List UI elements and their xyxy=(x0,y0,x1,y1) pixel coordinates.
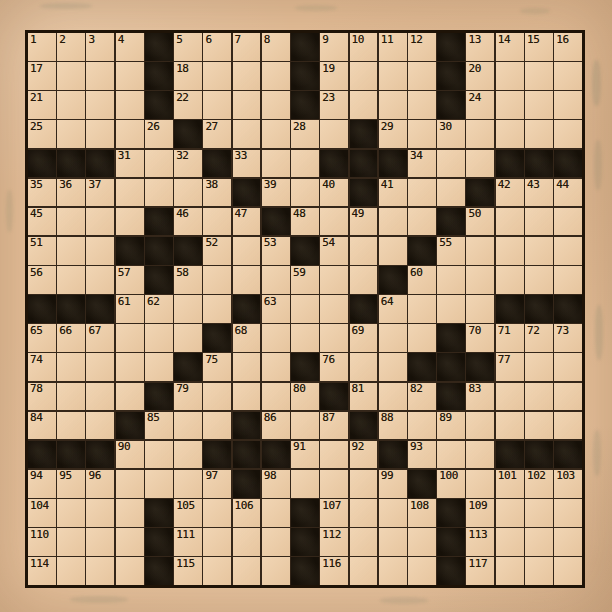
cell-9-12[interactable]: 64 xyxy=(379,295,407,323)
cell-8-11[interactable] xyxy=(350,266,378,294)
cell-3-4[interactable]: 26 xyxy=(145,120,173,148)
cell-12-17[interactable] xyxy=(525,383,553,411)
cell-1-10[interactable]: 19 xyxy=(320,62,348,90)
cell-9-13[interactable] xyxy=(408,295,436,323)
cell-4-13[interactable]: 34 xyxy=(408,150,436,178)
cell-3-14[interactable]: 30 xyxy=(437,120,465,148)
cell-1-0[interactable]: 17 xyxy=(28,62,56,90)
cell-0-12[interactable]: 11 xyxy=(379,33,407,61)
cell-2-13[interactable] xyxy=(408,91,436,119)
cell-8-6[interactable] xyxy=(203,266,231,294)
cell-8-2[interactable] xyxy=(86,266,114,294)
cell-18-15[interactable]: 117 xyxy=(466,557,494,585)
cell-4-7[interactable]: 33 xyxy=(233,150,261,178)
cell-9-9[interactable] xyxy=(291,295,319,323)
cell-6-9[interactable]: 48 xyxy=(291,208,319,236)
cell-11-4[interactable] xyxy=(145,353,173,381)
cell-18-1[interactable] xyxy=(57,557,85,585)
cell-7-12[interactable] xyxy=(379,237,407,265)
cell-2-17[interactable] xyxy=(525,91,553,119)
cell-15-2[interactable]: 96 xyxy=(86,470,114,498)
cell-2-8[interactable] xyxy=(262,91,290,119)
cell-18-2[interactable] xyxy=(86,557,114,585)
cell-15-18[interactable]: 103 xyxy=(554,470,582,498)
cell-7-16[interactable] xyxy=(496,237,524,265)
cell-8-10[interactable] xyxy=(320,266,348,294)
cell-11-18[interactable] xyxy=(554,353,582,381)
cell-8-0[interactable]: 56 xyxy=(28,266,56,294)
cell-1-18[interactable] xyxy=(554,62,582,90)
cell-4-5[interactable]: 32 xyxy=(174,150,202,178)
cell-8-13[interactable]: 60 xyxy=(408,266,436,294)
cell-15-8[interactable]: 98 xyxy=(262,470,290,498)
cell-3-15[interactable] xyxy=(466,120,494,148)
cell-13-6[interactable] xyxy=(203,412,231,440)
cell-1-16[interactable] xyxy=(496,62,524,90)
cell-11-0[interactable]: 74 xyxy=(28,353,56,381)
cell-7-7[interactable] xyxy=(233,237,261,265)
black-cell-16-9 xyxy=(291,499,319,527)
cell-11-11[interactable] xyxy=(350,353,378,381)
cell-10-9[interactable] xyxy=(291,324,319,352)
cell-13-17[interactable] xyxy=(525,412,553,440)
cell-10-15[interactable]: 70 xyxy=(466,324,494,352)
cell-5-9[interactable] xyxy=(291,179,319,207)
cell-3-8[interactable] xyxy=(262,120,290,148)
cell-1-5[interactable]: 18 xyxy=(174,62,202,90)
cell-11-3[interactable] xyxy=(116,353,144,381)
cell-17-13[interactable] xyxy=(408,528,436,556)
cell-16-12[interactable] xyxy=(379,499,407,527)
cell-11-1[interactable] xyxy=(57,353,85,381)
cell-5-13[interactable] xyxy=(408,179,436,207)
cell-4-4[interactable] xyxy=(145,150,173,178)
cell-8-15[interactable] xyxy=(466,266,494,294)
cell-12-0[interactable]: 78 xyxy=(28,383,56,411)
cell-7-1[interactable] xyxy=(57,237,85,265)
cell-0-5[interactable]: 5 xyxy=(174,33,202,61)
cell-5-0[interactable]: 35 xyxy=(28,179,56,207)
cell-17-2[interactable] xyxy=(86,528,114,556)
cell-15-12[interactable]: 99 xyxy=(379,470,407,498)
cell-16-17[interactable] xyxy=(525,499,553,527)
black-cell-13-3 xyxy=(116,412,144,440)
cell-7-15[interactable] xyxy=(466,237,494,265)
cell-18-18[interactable] xyxy=(554,557,582,585)
cell-6-10[interactable] xyxy=(320,208,348,236)
cell-6-6[interactable] xyxy=(203,208,231,236)
cell-0-18[interactable]: 16 xyxy=(554,33,582,61)
black-cell-4-1 xyxy=(57,150,85,178)
cell-4-14[interactable] xyxy=(437,150,465,178)
cell-17-17[interactable] xyxy=(525,528,553,556)
cell-1-2[interactable] xyxy=(86,62,114,90)
cell-3-1[interactable] xyxy=(57,120,85,148)
cell-13-10[interactable]: 87 xyxy=(320,412,348,440)
cell-3-3[interactable] xyxy=(116,120,144,148)
cell-11-2[interactable] xyxy=(86,353,114,381)
cell-16-5[interactable]: 105 xyxy=(174,499,202,527)
cell-10-13[interactable] xyxy=(408,324,436,352)
cell-7-14[interactable]: 55 xyxy=(437,237,465,265)
cell-18-11[interactable] xyxy=(350,557,378,585)
cell-11-12[interactable] xyxy=(379,353,407,381)
cell-12-15[interactable]: 83 xyxy=(466,383,494,411)
cell-10-5[interactable] xyxy=(174,324,202,352)
cell-0-16[interactable]: 14 xyxy=(496,33,524,61)
cell-10-7[interactable]: 68 xyxy=(233,324,261,352)
cell-1-11[interactable] xyxy=(350,62,378,90)
cell-17-6[interactable] xyxy=(203,528,231,556)
cell-4-9[interactable] xyxy=(291,150,319,178)
clue-number-19: 19 xyxy=(322,63,334,75)
cell-5-18[interactable]: 44 xyxy=(554,179,582,207)
cell-17-18[interactable] xyxy=(554,528,582,556)
cell-3-2[interactable] xyxy=(86,120,114,148)
cell-2-11[interactable] xyxy=(350,91,378,119)
cell-13-16[interactable] xyxy=(496,412,524,440)
cell-16-16[interactable] xyxy=(496,499,524,527)
cell-16-0[interactable]: 104 xyxy=(28,499,56,527)
cell-17-10[interactable]: 112 xyxy=(320,528,348,556)
cell-5-10[interactable]: 40 xyxy=(320,179,348,207)
clue-number-76: 76 xyxy=(322,354,334,366)
cell-11-6[interactable]: 75 xyxy=(203,353,231,381)
cell-1-3[interactable] xyxy=(116,62,144,90)
cell-12-6[interactable] xyxy=(203,383,231,411)
clue-number-2: 2 xyxy=(59,34,65,46)
cell-12-8[interactable] xyxy=(262,383,290,411)
cell-18-17[interactable] xyxy=(525,557,553,585)
cell-15-14[interactable]: 100 xyxy=(437,470,465,498)
cell-0-3[interactable]: 4 xyxy=(116,33,144,61)
cell-1-8[interactable] xyxy=(262,62,290,90)
cell-9-4[interactable]: 62 xyxy=(145,295,173,323)
cell-12-11[interactable]: 81 xyxy=(350,383,378,411)
cell-3-18[interactable] xyxy=(554,120,582,148)
cell-10-12[interactable] xyxy=(379,324,407,352)
cell-1-15[interactable]: 20 xyxy=(466,62,494,90)
cell-17-16[interactable] xyxy=(496,528,524,556)
cell-16-10[interactable]: 107 xyxy=(320,499,348,527)
cell-2-10[interactable]: 23 xyxy=(320,91,348,119)
cell-6-18[interactable] xyxy=(554,208,582,236)
cell-5-8[interactable]: 39 xyxy=(262,179,290,207)
cell-15-5[interactable] xyxy=(174,470,202,498)
cell-2-3[interactable] xyxy=(116,91,144,119)
cell-9-10[interactable] xyxy=(320,295,348,323)
cell-12-2[interactable] xyxy=(86,383,114,411)
cell-6-5[interactable]: 46 xyxy=(174,208,202,236)
cell-18-5[interactable]: 115 xyxy=(174,557,202,585)
cell-12-16[interactable] xyxy=(496,383,524,411)
cell-7-2[interactable] xyxy=(86,237,114,265)
cell-18-8[interactable] xyxy=(262,557,290,585)
cell-11-10[interactable]: 76 xyxy=(320,353,348,381)
cell-4-8[interactable] xyxy=(262,150,290,178)
cell-16-7[interactable]: 106 xyxy=(233,499,261,527)
cell-15-16[interactable]: 101 xyxy=(496,470,524,498)
cell-9-14[interactable] xyxy=(437,295,465,323)
cell-10-0[interactable]: 65 xyxy=(28,324,56,352)
cell-14-10[interactable] xyxy=(320,441,348,469)
cell-14-3[interactable]: 90 xyxy=(116,441,144,469)
cell-4-3[interactable]: 31 xyxy=(116,150,144,178)
cell-8-16[interactable] xyxy=(496,266,524,294)
cell-16-8[interactable] xyxy=(262,499,290,527)
cell-3-6[interactable]: 27 xyxy=(203,120,231,148)
black-cell-9-18 xyxy=(554,295,582,323)
cell-6-11[interactable]: 49 xyxy=(350,208,378,236)
cell-18-7[interactable] xyxy=(233,557,261,585)
cell-17-11[interactable] xyxy=(350,528,378,556)
cell-10-2[interactable]: 67 xyxy=(86,324,114,352)
cell-5-3[interactable] xyxy=(116,179,144,207)
cell-13-5[interactable] xyxy=(174,412,202,440)
cell-18-16[interactable] xyxy=(496,557,524,585)
cell-9-3[interactable]: 61 xyxy=(116,295,144,323)
cell-17-0[interactable]: 110 xyxy=(28,528,56,556)
cell-6-0[interactable]: 45 xyxy=(28,208,56,236)
cell-15-11[interactable] xyxy=(350,470,378,498)
cell-18-13[interactable] xyxy=(408,557,436,585)
cell-0-13[interactable]: 12 xyxy=(408,33,436,61)
clue-number-82: 82 xyxy=(410,383,422,395)
cell-13-1[interactable] xyxy=(57,412,85,440)
cell-2-1[interactable] xyxy=(57,91,85,119)
cell-10-4[interactable] xyxy=(145,324,173,352)
cell-18-3[interactable] xyxy=(116,557,144,585)
cell-9-6[interactable] xyxy=(203,295,231,323)
cell-15-0[interactable]: 94 xyxy=(28,470,56,498)
cell-15-10[interactable] xyxy=(320,470,348,498)
cell-6-1[interactable] xyxy=(57,208,85,236)
cell-8-18[interactable] xyxy=(554,266,582,294)
cell-15-3[interactable] xyxy=(116,470,144,498)
cell-8-17[interactable] xyxy=(525,266,553,294)
cell-5-16[interactable]: 42 xyxy=(496,179,524,207)
cell-0-11[interactable]: 10 xyxy=(350,33,378,61)
cell-2-12[interactable] xyxy=(379,91,407,119)
cell-2-15[interactable]: 24 xyxy=(466,91,494,119)
cell-6-16[interactable] xyxy=(496,208,524,236)
cell-1-13[interactable] xyxy=(408,62,436,90)
cell-15-17[interactable]: 102 xyxy=(525,470,553,498)
cell-18-0[interactable]: 114 xyxy=(28,557,56,585)
cell-18-12[interactable] xyxy=(379,557,407,585)
cell-1-1[interactable] xyxy=(57,62,85,90)
cell-12-1[interactable] xyxy=(57,383,85,411)
cell-16-11[interactable] xyxy=(350,499,378,527)
cell-8-7[interactable] xyxy=(233,266,261,294)
cell-1-12[interactable] xyxy=(379,62,407,90)
cell-8-3[interactable]: 57 xyxy=(116,266,144,294)
cell-15-1[interactable]: 95 xyxy=(57,470,85,498)
cell-3-13[interactable] xyxy=(408,120,436,148)
cell-5-1[interactable]: 36 xyxy=(57,179,85,207)
cell-6-15[interactable]: 50 xyxy=(466,208,494,236)
cell-16-2[interactable] xyxy=(86,499,114,527)
cell-15-4[interactable] xyxy=(145,470,173,498)
cell-6-3[interactable] xyxy=(116,208,144,236)
cell-9-5[interactable] xyxy=(174,295,202,323)
cell-16-13[interactable]: 108 xyxy=(408,499,436,527)
cell-15-15[interactable] xyxy=(466,470,494,498)
cell-8-5[interactable]: 58 xyxy=(174,266,202,294)
cell-13-12[interactable]: 88 xyxy=(379,412,407,440)
cell-1-7[interactable] xyxy=(233,62,261,90)
cell-14-4[interactable] xyxy=(145,441,173,469)
cell-16-1[interactable] xyxy=(57,499,85,527)
cell-0-8[interactable]: 8 xyxy=(262,33,290,61)
cell-4-15[interactable] xyxy=(466,150,494,178)
cell-13-15[interactable] xyxy=(466,412,494,440)
cell-5-14[interactable] xyxy=(437,179,465,207)
cell-15-6[interactable]: 97 xyxy=(203,470,231,498)
cell-7-11[interactable] xyxy=(350,237,378,265)
cell-10-16[interactable]: 71 xyxy=(496,324,524,352)
cell-11-17[interactable] xyxy=(525,353,553,381)
cell-3-10[interactable] xyxy=(320,120,348,148)
cell-0-7[interactable]: 7 xyxy=(233,33,261,61)
cell-17-8[interactable] xyxy=(262,528,290,556)
cell-13-4[interactable]: 85 xyxy=(145,412,173,440)
cell-17-5[interactable]: 111 xyxy=(174,528,202,556)
cell-0-2[interactable]: 3 xyxy=(86,33,114,61)
cell-13-18[interactable] xyxy=(554,412,582,440)
cell-10-1[interactable]: 66 xyxy=(57,324,85,352)
cell-17-15[interactable]: 113 xyxy=(466,528,494,556)
cell-12-5[interactable]: 79 xyxy=(174,383,202,411)
cell-10-17[interactable]: 72 xyxy=(525,324,553,352)
cell-13-8[interactable]: 86 xyxy=(262,412,290,440)
cell-2-18[interactable] xyxy=(554,91,582,119)
cell-8-9[interactable]: 59 xyxy=(291,266,319,294)
cell-17-12[interactable] xyxy=(379,528,407,556)
cell-7-6[interactable]: 52 xyxy=(203,237,231,265)
black-cell-18-4 xyxy=(145,557,173,585)
cell-16-15[interactable]: 109 xyxy=(466,499,494,527)
cell-0-0[interactable]: 1 xyxy=(28,33,56,61)
cell-10-10[interactable] xyxy=(320,324,348,352)
cell-2-5[interactable]: 22 xyxy=(174,91,202,119)
cell-0-6[interactable]: 6 xyxy=(203,33,231,61)
cell-13-2[interactable] xyxy=(86,412,114,440)
cell-13-13[interactable] xyxy=(408,412,436,440)
cell-11-8[interactable] xyxy=(262,353,290,381)
cell-1-17[interactable] xyxy=(525,62,553,90)
cell-11-7[interactable] xyxy=(233,353,261,381)
cell-17-3[interactable] xyxy=(116,528,144,556)
cell-6-7[interactable]: 47 xyxy=(233,208,261,236)
cell-17-1[interactable] xyxy=(57,528,85,556)
cell-1-6[interactable] xyxy=(203,62,231,90)
cell-13-9[interactable] xyxy=(291,412,319,440)
cell-12-18[interactable] xyxy=(554,383,582,411)
cell-7-0[interactable]: 51 xyxy=(28,237,56,265)
black-cell-1-14 xyxy=(437,62,465,90)
cell-2-0[interactable]: 21 xyxy=(28,91,56,119)
cell-6-13[interactable] xyxy=(408,208,436,236)
cell-5-17[interactable]: 43 xyxy=(525,179,553,207)
cell-9-15[interactable] xyxy=(466,295,494,323)
cell-5-12[interactable]: 41 xyxy=(379,179,407,207)
cell-3-0[interactable]: 25 xyxy=(28,120,56,148)
cell-9-8[interactable]: 63 xyxy=(262,295,290,323)
cell-6-2[interactable] xyxy=(86,208,114,236)
cell-13-14[interactable]: 89 xyxy=(437,412,465,440)
cell-3-7[interactable] xyxy=(233,120,261,148)
cell-11-16[interactable]: 77 xyxy=(496,353,524,381)
cell-3-12[interactable]: 29 xyxy=(379,120,407,148)
cell-12-7[interactable] xyxy=(233,383,261,411)
black-cell-4-18 xyxy=(554,150,582,178)
cell-10-3[interactable] xyxy=(116,324,144,352)
cell-14-14[interactable] xyxy=(437,441,465,469)
cell-12-3[interactable] xyxy=(116,383,144,411)
cell-3-17[interactable] xyxy=(525,120,553,148)
cell-7-8[interactable]: 53 xyxy=(262,237,290,265)
cell-2-2[interactable] xyxy=(86,91,114,119)
cell-10-8[interactable] xyxy=(262,324,290,352)
cell-16-18[interactable] xyxy=(554,499,582,527)
clue-number-39: 39 xyxy=(264,179,276,191)
black-cell-15-13 xyxy=(408,470,436,498)
cell-17-7[interactable] xyxy=(233,528,261,556)
cell-8-8[interactable] xyxy=(262,266,290,294)
cell-8-1[interactable] xyxy=(57,266,85,294)
cell-6-12[interactable] xyxy=(379,208,407,236)
clue-number-80: 80 xyxy=(293,383,305,395)
cell-0-15[interactable]: 13 xyxy=(466,33,494,61)
cell-3-16[interactable] xyxy=(496,120,524,148)
cell-3-9[interactable]: 28 xyxy=(291,120,319,148)
cell-12-9[interactable]: 80 xyxy=(291,383,319,411)
cell-0-1[interactable]: 2 xyxy=(57,33,85,61)
cell-14-5[interactable] xyxy=(174,441,202,469)
black-cell-11-5 xyxy=(174,353,202,381)
cell-14-9[interactable]: 91 xyxy=(291,441,319,469)
cell-8-14[interactable] xyxy=(437,266,465,294)
cell-18-6[interactable] xyxy=(203,557,231,585)
cell-2-16[interactable] xyxy=(496,91,524,119)
cell-7-10[interactable]: 54 xyxy=(320,237,348,265)
cell-12-12[interactable] xyxy=(379,383,407,411)
cell-5-2[interactable]: 37 xyxy=(86,179,114,207)
cell-5-5[interactable] xyxy=(174,179,202,207)
cell-6-17[interactable] xyxy=(525,208,553,236)
cell-0-17[interactable]: 15 xyxy=(525,33,553,61)
cell-16-3[interactable] xyxy=(116,499,144,527)
cell-14-11[interactable]: 92 xyxy=(350,441,378,469)
cell-5-4[interactable] xyxy=(145,179,173,207)
cell-5-6[interactable]: 38 xyxy=(203,179,231,207)
cell-2-7[interactable] xyxy=(233,91,261,119)
cell-16-6[interactable] xyxy=(203,499,231,527)
cell-7-17[interactable] xyxy=(525,237,553,265)
cell-0-10[interactable]: 9 xyxy=(320,33,348,61)
cell-15-9[interactable] xyxy=(291,470,319,498)
cell-14-15[interactable] xyxy=(466,441,494,469)
cell-10-11[interactable]: 69 xyxy=(350,324,378,352)
cell-13-0[interactable]: 84 xyxy=(28,412,56,440)
cell-18-10[interactable]: 116 xyxy=(320,557,348,585)
cell-12-13[interactable]: 82 xyxy=(408,383,436,411)
cell-2-6[interactable] xyxy=(203,91,231,119)
cell-14-13[interactable]: 93 xyxy=(408,441,436,469)
cell-10-18[interactable]: 73 xyxy=(554,324,582,352)
cell-7-18[interactable] xyxy=(554,237,582,265)
